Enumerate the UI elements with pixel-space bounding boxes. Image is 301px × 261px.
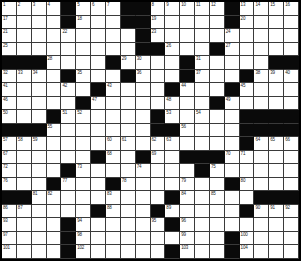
white-cell[interactable]: 51 (61, 110, 76, 124)
white-cell[interactable]: 82 (47, 191, 62, 205)
white-cell[interactable] (195, 83, 210, 97)
white-cell[interactable]: 44 (180, 83, 195, 97)
white-cell[interactable] (76, 178, 91, 192)
white-cell[interactable] (17, 232, 32, 246)
white-cell[interactable]: 34 (32, 70, 47, 84)
white-cell[interactable] (61, 137, 76, 151)
white-cell[interactable]: 50 (2, 110, 17, 124)
white-cell[interactable] (180, 97, 195, 111)
white-cell[interactable] (254, 43, 269, 57)
white-cell[interactable]: 43 (106, 83, 121, 97)
white-cell[interactable] (47, 164, 62, 178)
white-cell[interactable] (210, 110, 225, 124)
white-cell[interactable] (210, 29, 225, 43)
white-cell[interactable] (165, 70, 180, 84)
white-cell[interactable] (165, 56, 180, 70)
white-cell[interactable] (91, 70, 106, 84)
white-cell[interactable] (195, 29, 210, 43)
white-cell[interactable] (254, 56, 269, 70)
white-cell[interactable] (240, 97, 255, 111)
white-cell[interactable]: 68 (106, 151, 121, 165)
white-cell[interactable]: 92 (284, 205, 299, 219)
white-cell[interactable]: 28 (47, 56, 62, 70)
white-cell[interactable]: 10 (180, 2, 195, 16)
white-cell[interactable] (165, 29, 180, 43)
white-cell[interactable]: 48 (165, 97, 180, 111)
white-cell[interactable] (136, 218, 151, 232)
white-cell[interactable] (225, 218, 240, 232)
white-cell[interactable] (61, 191, 76, 205)
white-cell[interactable] (47, 137, 62, 151)
white-cell[interactable]: 12 (210, 2, 225, 16)
white-cell[interactable] (91, 110, 106, 124)
white-cell[interactable]: 55 (47, 124, 62, 138)
white-cell[interactable] (254, 16, 269, 30)
white-cell[interactable] (106, 218, 121, 232)
white-cell[interactable] (76, 137, 91, 151)
white-cell[interactable]: 59 (32, 137, 47, 151)
white-cell[interactable] (32, 205, 47, 219)
white-cell[interactable] (121, 124, 136, 138)
white-cell[interactable] (32, 245, 47, 259)
white-cell[interactable]: 25 (2, 43, 17, 57)
white-cell[interactable]: 46 (2, 97, 17, 111)
white-cell[interactable] (91, 29, 106, 43)
white-cell[interactable] (121, 110, 136, 124)
white-cell[interactable] (76, 205, 91, 219)
white-cell[interactable]: 7 (106, 2, 121, 16)
white-cell[interactable] (269, 232, 284, 246)
white-cell[interactable]: 81 (32, 191, 47, 205)
white-cell[interactable]: 56 (180, 124, 195, 138)
white-cell[interactable]: 102 (76, 245, 91, 259)
white-cell[interactable]: 79 (180, 178, 195, 192)
white-cell[interactable]: 80 (240, 178, 255, 192)
white-cell[interactable]: 13 (240, 2, 255, 16)
white-cell[interactable] (225, 110, 240, 124)
white-cell[interactable]: 18 (76, 16, 91, 30)
white-cell[interactable] (106, 110, 121, 124)
white-cell[interactable] (47, 83, 62, 97)
white-cell[interactable]: 22 (61, 29, 76, 43)
white-cell[interactable]: 103 (180, 245, 195, 259)
white-cell[interactable] (32, 218, 47, 232)
white-cell[interactable] (269, 218, 284, 232)
white-cell[interactable] (136, 178, 151, 192)
white-cell[interactable]: 63 (165, 137, 180, 151)
white-cell[interactable] (136, 205, 151, 219)
white-cell[interactable] (32, 43, 47, 57)
white-cell[interactable]: 17 (2, 16, 17, 30)
white-cell[interactable]: 67 (2, 151, 17, 165)
white-cell[interactable] (91, 178, 106, 192)
white-cell[interactable]: 29 (121, 56, 136, 70)
white-cell[interactable] (106, 29, 121, 43)
white-cell[interactable]: 89 (165, 205, 180, 219)
white-cell[interactable] (17, 164, 32, 178)
white-cell[interactable] (136, 97, 151, 111)
white-cell[interactable]: 94 (76, 218, 91, 232)
white-cell[interactable] (47, 43, 62, 57)
white-cell[interactable] (32, 232, 47, 246)
white-cell[interactable] (136, 245, 151, 259)
white-cell[interactable] (91, 245, 106, 259)
white-cell[interactable] (17, 16, 32, 30)
white-cell[interactable]: 16 (284, 2, 299, 16)
white-cell[interactable]: 24 (225, 29, 240, 43)
white-cell[interactable] (180, 137, 195, 151)
white-cell[interactable]: 77 (61, 178, 76, 192)
white-cell[interactable] (61, 124, 76, 138)
white-cell[interactable] (284, 218, 299, 232)
white-cell[interactable] (121, 29, 136, 43)
white-cell[interactable] (61, 205, 76, 219)
white-cell[interactable] (17, 83, 32, 97)
white-cell[interactable] (165, 16, 180, 30)
white-cell[interactable]: 31 (195, 56, 210, 70)
white-cell[interactable] (254, 245, 269, 259)
white-cell[interactable] (106, 245, 121, 259)
white-cell[interactable]: 83 (106, 191, 121, 205)
white-cell[interactable] (240, 56, 255, 70)
white-cell[interactable] (151, 232, 166, 246)
white-cell[interactable] (195, 191, 210, 205)
white-cell[interactable]: 53 (165, 110, 180, 124)
white-cell[interactable] (17, 29, 32, 43)
white-cell[interactable] (195, 205, 210, 219)
white-cell[interactable] (284, 16, 299, 30)
white-cell[interactable] (269, 29, 284, 43)
white-cell[interactable] (61, 56, 76, 70)
white-cell[interactable] (210, 218, 225, 232)
white-cell[interactable] (32, 151, 47, 165)
white-cell[interactable] (210, 205, 225, 219)
white-cell[interactable]: 40 (284, 70, 299, 84)
white-cell[interactable] (195, 16, 210, 30)
white-cell[interactable]: 33 (17, 70, 32, 84)
white-cell[interactable] (151, 191, 166, 205)
white-cell[interactable] (180, 164, 195, 178)
white-cell[interactable]: 58 (17, 137, 32, 151)
white-cell[interactable] (284, 43, 299, 57)
white-cell[interactable] (47, 245, 62, 259)
white-cell[interactable] (121, 245, 136, 259)
white-cell[interactable] (269, 97, 284, 111)
white-cell[interactable] (91, 232, 106, 246)
white-cell[interactable] (210, 232, 225, 246)
white-cell[interactable] (225, 70, 240, 84)
white-cell[interactable]: 91 (269, 205, 284, 219)
white-cell[interactable] (284, 178, 299, 192)
white-cell[interactable] (269, 16, 284, 30)
white-cell[interactable] (136, 110, 151, 124)
white-cell[interactable] (225, 191, 240, 205)
white-cell[interactable] (269, 178, 284, 192)
white-cell[interactable]: 30 (136, 56, 151, 70)
white-cell[interactable] (76, 124, 91, 138)
white-cell[interactable]: 38 (254, 70, 269, 84)
white-cell[interactable] (195, 97, 210, 111)
white-cell[interactable] (47, 29, 62, 43)
white-cell[interactable] (284, 164, 299, 178)
white-cell[interactable] (151, 164, 166, 178)
white-cell[interactable] (136, 232, 151, 246)
white-cell[interactable] (254, 232, 269, 246)
white-cell[interactable] (121, 43, 136, 57)
white-cell[interactable] (121, 232, 136, 246)
white-cell[interactable] (32, 110, 47, 124)
white-cell[interactable]: 54 (195, 110, 210, 124)
white-cell[interactable] (121, 97, 136, 111)
white-cell[interactable]: 35 (76, 70, 91, 84)
white-cell[interactable]: 3 (32, 2, 47, 16)
white-cell[interactable] (284, 232, 299, 246)
white-cell[interactable] (121, 151, 136, 165)
white-cell[interactable] (269, 245, 284, 259)
white-cell[interactable]: 98 (76, 232, 91, 246)
white-cell[interactable]: 45 (240, 83, 255, 97)
white-cell[interactable] (91, 137, 106, 151)
white-cell[interactable]: 61 (121, 137, 136, 151)
white-cell[interactable]: 52 (76, 110, 91, 124)
white-cell[interactable] (106, 16, 121, 30)
white-cell[interactable] (32, 29, 47, 43)
white-cell[interactable] (165, 164, 180, 178)
white-cell[interactable] (240, 29, 255, 43)
white-cell[interactable] (47, 232, 62, 246)
white-cell[interactable] (76, 29, 91, 43)
white-cell[interactable]: 87 (17, 205, 32, 219)
white-cell[interactable]: 21 (2, 29, 17, 43)
white-cell[interactable]: 97 (2, 232, 17, 246)
white-cell[interactable] (180, 205, 195, 219)
white-cell[interactable]: 84 (180, 191, 195, 205)
white-cell[interactable] (76, 151, 91, 165)
white-cell[interactable] (47, 16, 62, 30)
white-cell[interactable]: 76 (2, 178, 17, 192)
white-cell[interactable]: 42 (61, 83, 76, 97)
white-cell[interactable]: 57 (2, 137, 17, 151)
white-cell[interactable] (61, 97, 76, 111)
white-cell[interactable] (210, 56, 225, 70)
white-cell[interactable]: 64 (254, 137, 269, 151)
white-cell[interactable] (284, 83, 299, 97)
white-cell[interactable] (254, 29, 269, 43)
white-cell[interactable] (151, 70, 166, 84)
white-cell[interactable] (225, 164, 240, 178)
white-cell[interactable] (91, 218, 106, 232)
white-cell[interactable] (210, 178, 225, 192)
white-cell[interactable]: 36 (136, 70, 151, 84)
white-cell[interactable]: 26 (165, 43, 180, 57)
white-cell[interactable] (195, 245, 210, 259)
white-cell[interactable] (91, 124, 106, 138)
white-cell[interactable]: 85 (210, 191, 225, 205)
white-cell[interactable] (106, 70, 121, 84)
white-cell[interactable] (151, 97, 166, 111)
white-cell[interactable] (225, 205, 240, 219)
white-cell[interactable] (17, 245, 32, 259)
white-cell[interactable]: 72 (2, 164, 17, 178)
white-cell[interactable]: 2 (17, 2, 32, 16)
white-cell[interactable]: 62 (151, 137, 166, 151)
white-cell[interactable] (121, 164, 136, 178)
white-cell[interactable] (240, 43, 255, 57)
white-cell[interactable] (240, 164, 255, 178)
white-cell[interactable] (180, 16, 195, 30)
white-cell[interactable] (284, 151, 299, 165)
white-cell[interactable] (76, 56, 91, 70)
white-cell[interactable]: 95 (151, 218, 166, 232)
white-cell[interactable] (210, 83, 225, 97)
white-cell[interactable]: 74 (136, 164, 151, 178)
white-cell[interactable] (91, 56, 106, 70)
white-cell[interactable] (284, 245, 299, 259)
white-cell[interactable]: 70 (225, 151, 240, 165)
white-cell[interactable]: 15 (269, 2, 284, 16)
white-cell[interactable] (151, 56, 166, 70)
white-cell[interactable] (269, 164, 284, 178)
white-cell[interactable]: 71 (240, 151, 255, 165)
white-cell[interactable] (225, 137, 240, 151)
white-cell[interactable]: 101 (2, 245, 17, 259)
white-cell[interactable] (136, 124, 151, 138)
white-cell[interactable] (17, 97, 32, 111)
white-cell[interactable] (61, 151, 76, 165)
white-cell[interactable] (121, 218, 136, 232)
white-cell[interactable] (225, 56, 240, 70)
white-cell[interactable]: 4 (47, 2, 62, 16)
white-cell[interactable] (17, 43, 32, 57)
white-cell[interactable]: 96 (180, 218, 195, 232)
white-cell[interactable]: 1 (2, 2, 17, 16)
white-cell[interactable] (151, 245, 166, 259)
white-cell[interactable] (165, 151, 180, 165)
white-cell[interactable] (47, 70, 62, 84)
white-cell[interactable] (17, 151, 32, 165)
white-cell[interactable]: 8 (151, 2, 166, 16)
white-cell[interactable] (240, 191, 255, 205)
white-cell[interactable] (17, 218, 32, 232)
white-cell[interactable] (165, 232, 180, 246)
white-cell[interactable]: 9 (165, 2, 180, 16)
white-cell[interactable] (195, 137, 210, 151)
white-cell[interactable]: 49 (225, 97, 240, 111)
white-cell[interactable]: 104 (240, 245, 255, 259)
white-cell[interactable]: 19 (151, 16, 166, 30)
white-cell[interactable] (32, 164, 47, 178)
white-cell[interactable]: 88 (106, 205, 121, 219)
white-cell[interactable] (91, 191, 106, 205)
white-cell[interactable] (269, 43, 284, 57)
white-cell[interactable] (269, 83, 284, 97)
white-cell[interactable]: 78 (121, 178, 136, 192)
white-cell[interactable]: 66 (284, 137, 299, 151)
white-cell[interactable]: 27 (225, 43, 240, 57)
white-cell[interactable] (180, 29, 195, 43)
white-cell[interactable] (106, 232, 121, 246)
white-cell[interactable] (195, 218, 210, 232)
white-cell[interactable] (106, 124, 121, 138)
white-cell[interactable]: 90 (254, 205, 269, 219)
white-cell[interactable]: 23 (151, 29, 166, 43)
white-cell[interactable] (136, 83, 151, 97)
white-cell[interactable] (195, 43, 210, 57)
white-cell[interactable] (91, 164, 106, 178)
white-cell[interactable] (106, 97, 121, 111)
white-cell[interactable] (254, 178, 269, 192)
white-cell[interactable] (17, 178, 32, 192)
white-cell[interactable] (32, 16, 47, 30)
white-cell[interactable] (17, 110, 32, 124)
white-cell[interactable]: 93 (2, 218, 17, 232)
white-cell[interactable] (91, 43, 106, 57)
white-cell[interactable]: 60 (106, 137, 121, 151)
white-cell[interactable] (210, 124, 225, 138)
white-cell[interactable]: 47 (91, 97, 106, 111)
white-cell[interactable] (151, 83, 166, 97)
white-cell[interactable] (47, 205, 62, 219)
white-cell[interactable]: 75 (210, 164, 225, 178)
white-cell[interactable] (195, 124, 210, 138)
white-cell[interactable] (106, 43, 121, 57)
white-cell[interactable] (151, 178, 166, 192)
white-cell[interactable]: 5 (76, 2, 91, 16)
white-cell[interactable] (180, 110, 195, 124)
white-cell[interactable] (180, 43, 195, 57)
white-cell[interactable] (121, 191, 136, 205)
white-cell[interactable] (225, 124, 240, 138)
white-cell[interactable] (210, 70, 225, 84)
white-cell[interactable] (254, 151, 269, 165)
white-cell[interactable] (240, 218, 255, 232)
white-cell[interactable] (121, 83, 136, 97)
white-cell[interactable] (91, 16, 106, 30)
white-cell[interactable]: 99 (180, 232, 195, 246)
white-cell[interactable] (106, 164, 121, 178)
white-cell[interactable] (76, 191, 91, 205)
white-cell[interactable]: 65 (269, 137, 284, 151)
white-cell[interactable]: 41 (2, 83, 17, 97)
white-cell[interactable] (165, 178, 180, 192)
white-cell[interactable] (210, 245, 225, 259)
white-cell[interactable] (254, 83, 269, 97)
white-cell[interactable]: 39 (269, 70, 284, 84)
white-cell[interactable]: 14 (254, 2, 269, 16)
white-cell[interactable] (76, 83, 91, 97)
white-cell[interactable] (195, 232, 210, 246)
white-cell[interactable] (47, 97, 62, 111)
white-cell[interactable]: 6 (91, 2, 106, 16)
white-cell[interactable] (32, 97, 47, 111)
white-cell[interactable]: 69 (151, 151, 166, 165)
white-cell[interactable] (254, 97, 269, 111)
white-cell[interactable] (136, 191, 151, 205)
white-cell[interactable] (61, 43, 76, 57)
white-cell[interactable] (284, 97, 299, 111)
white-cell[interactable] (121, 205, 136, 219)
white-cell[interactable]: 73 (76, 164, 91, 178)
white-cell[interactable]: 86 (2, 205, 17, 219)
white-cell[interactable] (254, 164, 269, 178)
white-cell[interactable]: 32 (2, 70, 17, 84)
white-cell[interactable] (195, 178, 210, 192)
white-cell[interactable] (47, 151, 62, 165)
white-cell[interactable] (47, 218, 62, 232)
white-cell[interactable] (32, 83, 47, 97)
white-cell[interactable] (269, 151, 284, 165)
white-cell[interactable]: 100 (240, 232, 255, 246)
